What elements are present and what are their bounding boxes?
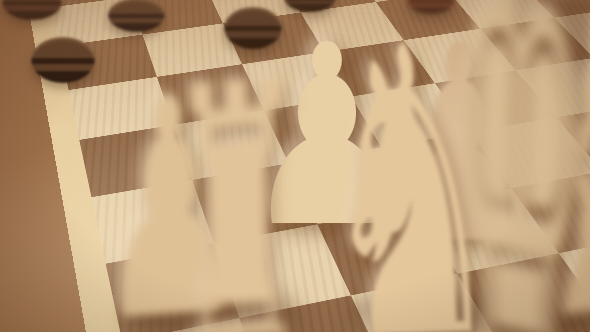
chess-piece-king: ♚ <box>231 0 590 332</box>
king-glyph: ♚ <box>448 0 590 332</box>
chessboard-photo: ♟♜♟♞♟♚♝ <box>0 0 590 332</box>
